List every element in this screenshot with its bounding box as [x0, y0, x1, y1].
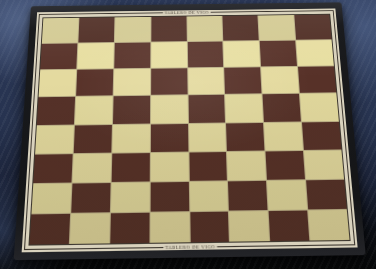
square-b7[interactable] [77, 43, 113, 69]
square-d7[interactable] [151, 42, 187, 68]
square-h6[interactable] [298, 67, 336, 94]
square-g5[interactable] [263, 94, 301, 121]
board-grid [28, 14, 350, 246]
square-f4[interactable] [226, 122, 264, 150]
square-c2[interactable] [111, 182, 150, 212]
square-d8[interactable] [151, 16, 186, 41]
square-h8[interactable] [294, 15, 331, 40]
square-h4[interactable] [302, 121, 341, 149]
square-a8[interactable] [42, 18, 78, 43]
square-c4[interactable] [112, 124, 150, 152]
square-a2[interactable] [31, 183, 71, 213]
square-d5[interactable] [151, 96, 188, 123]
square-e7[interactable] [187, 42, 223, 68]
square-f2[interactable] [228, 181, 267, 211]
square-c3[interactable] [111, 153, 149, 182]
square-e2[interactable] [189, 181, 228, 211]
square-b6[interactable] [76, 69, 113, 96]
square-g1[interactable] [269, 210, 310, 241]
square-e5[interactable] [188, 95, 225, 122]
square-f6[interactable] [225, 68, 262, 95]
square-h5[interactable] [300, 94, 339, 121]
square-d6[interactable] [151, 69, 187, 96]
square-f3[interactable] [227, 151, 266, 180]
square-e4[interactable] [189, 123, 227, 151]
square-b3[interactable] [72, 153, 111, 182]
square-g6[interactable] [261, 67, 299, 94]
board-frame [14, 2, 366, 260]
square-g7[interactable] [260, 41, 297, 67]
square-b1[interactable] [70, 213, 110, 244]
board-border-band [22, 8, 358, 252]
square-c8[interactable] [115, 17, 151, 42]
square-b8[interactable] [78, 17, 114, 42]
square-a4[interactable] [35, 125, 74, 153]
square-c5[interactable] [113, 96, 150, 123]
square-b4[interactable] [74, 125, 112, 153]
square-g2[interactable] [267, 180, 307, 210]
square-a5[interactable] [37, 97, 75, 124]
square-g8[interactable] [259, 15, 296, 40]
square-h1[interactable] [308, 210, 349, 241]
square-f5[interactable] [225, 95, 263, 122]
square-g3[interactable] [266, 151, 305, 180]
photo-background: Tablero de Vigo Tablero de Vigo [0, 0, 376, 269]
square-a6[interactable] [39, 70, 77, 97]
square-d1[interactable] [150, 212, 189, 243]
square-h7[interactable] [296, 40, 334, 66]
square-e1[interactable] [190, 211, 229, 242]
square-f1[interactable] [229, 211, 269, 242]
square-h2[interactable] [306, 180, 347, 210]
square-c1[interactable] [110, 213, 149, 244]
square-d4[interactable] [150, 123, 187, 151]
square-g4[interactable] [264, 122, 303, 150]
square-h3[interactable] [304, 150, 344, 179]
square-e8[interactable] [187, 16, 223, 41]
square-f8[interactable] [223, 16, 259, 41]
square-e3[interactable] [189, 152, 227, 181]
square-b5[interactable] [75, 97, 113, 124]
square-a3[interactable] [33, 154, 72, 183]
square-a1[interactable] [30, 214, 70, 245]
chessboard: Tablero de Vigo Tablero de Vigo [14, 2, 366, 260]
square-a7[interactable] [40, 44, 77, 70]
square-e6[interactable] [188, 68, 225, 95]
square-d2[interactable] [150, 182, 188, 212]
square-f7[interactable] [224, 41, 261, 67]
square-b2[interactable] [71, 183, 110, 213]
square-c7[interactable] [114, 43, 150, 69]
square-c6[interactable] [113, 69, 150, 96]
board-pinstripe [24, 10, 355, 250]
square-d3[interactable] [150, 152, 188, 181]
